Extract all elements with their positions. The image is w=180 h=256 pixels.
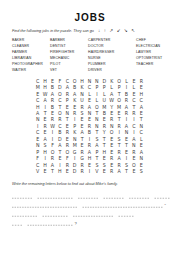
word-list-item: TEACHER (136, 62, 180, 66)
direction-arrow-icon: ↓ (98, 29, 100, 34)
grid-cell: R (108, 168, 115, 174)
word-search-grid: CHEFCOHNNDKOLERMHBDABKCPPLPILEEWAORANLIL… (34, 78, 180, 175)
word-list-item: VET (50, 68, 88, 72)
answer-lines: "? (12, 190, 180, 226)
word-list-item: NURSE (88, 56, 136, 60)
direction-arrow-icon: ↙ (117, 29, 121, 34)
word-list-item (136, 68, 180, 72)
answer-line: ? (12, 217, 180, 226)
word-list-item: WAITER (12, 68, 50, 72)
answer-blank (43, 213, 68, 217)
grid-cell: E (64, 168, 71, 174)
word-list-item: DOCTOR (88, 44, 136, 48)
answer-blank (28, 222, 73, 226)
word-list-item: DENTIST (50, 44, 88, 48)
answer-blank (119, 213, 134, 217)
answer-blank (129, 195, 149, 199)
answer-blank (12, 195, 32, 199)
grid-cell: S (138, 168, 145, 174)
direction-arrow-icon: ↘ (124, 29, 128, 34)
grid-cell: H (56, 168, 63, 174)
answer-line-punctuation: " (165, 203, 166, 208)
word-list: BAKERBARBERCARPENTERCHEFCLEANERDENTISTDO… (12, 38, 180, 72)
answer-line: " (12, 199, 180, 208)
grid-cell: T (123, 168, 130, 174)
word-list-item: HAIRDRESSER (88, 50, 136, 54)
word-list-item: MECHANIC (50, 56, 88, 60)
word-list-item: FIREFIGHTER (50, 50, 88, 54)
word-list-item: FARMER (12, 50, 50, 54)
direction-arrows: ↓↑↗↙↘↖ (98, 29, 135, 34)
page-title: JOBS (0, 0, 180, 24)
answer-blank (78, 195, 98, 199)
puzzle-instruction-text: Find the following jobs in the puzzle. T… (12, 29, 94, 34)
direction-arrow-icon: ↗ (109, 29, 113, 34)
answer-instruction: Write the remaining letters below to fin… (12, 181, 180, 186)
word-list-item: PILOT (50, 62, 88, 66)
word-list-item: PHOTOGRAPHER (12, 62, 50, 66)
word-list-item: LIBRARIAN (12, 56, 50, 60)
word-list-item: CHEF (136, 38, 180, 42)
answer-line (12, 208, 180, 217)
grid-cell: E (130, 168, 137, 174)
grid-cell: I (86, 168, 93, 174)
puzzle-instruction-row: Find the following jobs in the puzzle. T… (12, 29, 180, 34)
answer-blank (12, 204, 77, 208)
answer-blank (83, 204, 163, 208)
word-list-item: BARBER (50, 38, 88, 42)
word-list-item: CLEANER (12, 44, 50, 48)
answer-blank (12, 213, 37, 217)
grid-cell: R (78, 168, 85, 174)
word-list-item: CARPENTER (88, 38, 136, 42)
grid-cell: E (41, 168, 48, 174)
direction-arrow-icon: ↑ (104, 29, 106, 34)
grid-cell: D (71, 168, 78, 174)
answer-blank (12, 222, 22, 226)
answer-blank (155, 195, 170, 199)
answer-blank (104, 195, 124, 199)
word-list-item: ELECTRICIAN (136, 44, 180, 48)
word-list-item: LAWYER (136, 50, 180, 54)
direction-arrow-icon: ↖ (131, 29, 135, 34)
grid-cell: E (101, 168, 108, 174)
grid-cell: V (93, 168, 100, 174)
grid-cell: A (115, 168, 122, 174)
answer-line (12, 190, 180, 199)
answer-line-punctuation: ? (75, 221, 77, 226)
word-list-item: BAKER (12, 38, 50, 42)
grid-cell: V (34, 168, 41, 174)
word-list-item: DRIVER (88, 68, 136, 72)
grid-cell: T (49, 168, 56, 174)
worksheet-page: JOBS Find the following jobs in the puzz… (0, 0, 180, 256)
word-list-item: OPTOMETRIST (136, 56, 180, 60)
word-list-item: PLUMBER (88, 62, 136, 66)
answer-blank (38, 195, 73, 199)
answer-blank (73, 213, 113, 217)
